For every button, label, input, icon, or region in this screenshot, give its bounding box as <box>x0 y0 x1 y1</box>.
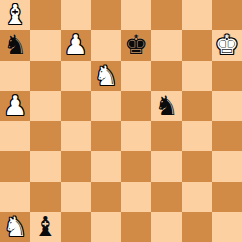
square-c4[interactable] <box>61 121 91 151</box>
square-d3[interactable] <box>91 151 121 181</box>
piece-white-pawn[interactable]: ♟ <box>64 30 88 60</box>
square-e2[interactable] <box>121 182 151 212</box>
square-c3[interactable] <box>61 151 91 181</box>
square-h2[interactable] <box>212 182 242 212</box>
square-e5[interactable] <box>121 91 151 121</box>
square-b7[interactable] <box>30 30 60 60</box>
square-e3[interactable] <box>121 151 151 181</box>
square-b6[interactable] <box>30 61 60 91</box>
square-d8[interactable] <box>91 0 121 30</box>
piece-black-knight[interactable]: ♞ <box>154 91 178 121</box>
square-a3[interactable] <box>0 151 30 181</box>
square-f4[interactable] <box>151 121 181 151</box>
square-a2[interactable] <box>0 182 30 212</box>
square-a7[interactable]: ♞ <box>0 30 30 60</box>
piece-white-knight[interactable]: ♞ <box>94 61 118 91</box>
square-h8[interactable] <box>212 0 242 30</box>
square-g6[interactable] <box>182 61 212 91</box>
square-e6[interactable] <box>121 61 151 91</box>
square-c8[interactable] <box>61 0 91 30</box>
square-c5[interactable] <box>61 91 91 121</box>
square-a6[interactable] <box>0 61 30 91</box>
square-a5[interactable]: ♟ <box>0 91 30 121</box>
piece-white-knight[interactable]: ♞ <box>3 212 27 242</box>
square-b2[interactable] <box>30 182 60 212</box>
square-h5[interactable] <box>212 91 242 121</box>
square-c2[interactable] <box>61 182 91 212</box>
square-c6[interactable] <box>61 61 91 91</box>
square-h4[interactable] <box>212 121 242 151</box>
piece-black-knight[interactable]: ♞ <box>3 30 27 60</box>
square-a8[interactable]: ♝ <box>0 0 30 30</box>
square-b4[interactable] <box>30 121 60 151</box>
piece-black-bishop[interactable]: ♝ <box>33 212 57 242</box>
square-g7[interactable] <box>182 30 212 60</box>
square-b1[interactable]: ♝ <box>30 212 60 242</box>
piece-white-pawn[interactable]: ♟ <box>3 91 27 121</box>
square-g8[interactable] <box>182 0 212 30</box>
square-d5[interactable] <box>91 91 121 121</box>
square-g3[interactable] <box>182 151 212 181</box>
piece-white-king[interactable]: ♚ <box>215 30 239 60</box>
square-h1[interactable] <box>212 212 242 242</box>
square-b5[interactable] <box>30 91 60 121</box>
square-g5[interactable] <box>182 91 212 121</box>
piece-white-bishop[interactable]: ♝ <box>3 0 27 30</box>
square-e4[interactable] <box>121 121 151 151</box>
square-d6[interactable]: ♞ <box>91 61 121 91</box>
square-f2[interactable] <box>151 182 181 212</box>
square-a4[interactable] <box>0 121 30 151</box>
square-d7[interactable] <box>91 30 121 60</box>
square-h3[interactable] <box>212 151 242 181</box>
square-d4[interactable] <box>91 121 121 151</box>
square-e7[interactable]: ♚ <box>121 30 151 60</box>
square-d2[interactable] <box>91 182 121 212</box>
square-b3[interactable] <box>30 151 60 181</box>
square-h6[interactable] <box>212 61 242 91</box>
chess-board: ♝♞♟♚♚♞♟♞♞♝ <box>0 0 242 242</box>
square-h7[interactable]: ♚ <box>212 30 242 60</box>
square-f1[interactable] <box>151 212 181 242</box>
square-a1[interactable]: ♞ <box>0 212 30 242</box>
square-g4[interactable] <box>182 121 212 151</box>
square-g1[interactable] <box>182 212 212 242</box>
square-e1[interactable] <box>121 212 151 242</box>
square-f7[interactable] <box>151 30 181 60</box>
square-b8[interactable] <box>30 0 60 30</box>
square-g2[interactable] <box>182 182 212 212</box>
square-c7[interactable]: ♟ <box>61 30 91 60</box>
square-f8[interactable] <box>151 0 181 30</box>
square-c1[interactable] <box>61 212 91 242</box>
square-e8[interactable] <box>121 0 151 30</box>
piece-black-king[interactable]: ♚ <box>124 30 148 60</box>
square-f5[interactable]: ♞ <box>151 91 181 121</box>
square-d1[interactable] <box>91 212 121 242</box>
square-f3[interactable] <box>151 151 181 181</box>
square-f6[interactable] <box>151 61 181 91</box>
